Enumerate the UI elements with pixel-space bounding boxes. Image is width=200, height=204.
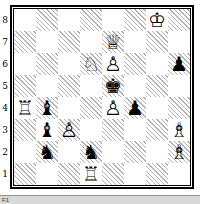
piece-white-king[interactable]: ♔ [148,9,166,31]
square-g7[interactable] [146,31,168,53]
square-a3[interactable] [14,119,36,141]
rank-label-3: 3 [0,119,10,141]
square-d5[interactable] [80,75,102,97]
square-d8[interactable] [80,9,102,31]
chess-board-border: ♔♕♘♙♟♚♖♝♙♟♝♙♗♞♞♗♖ [13,8,191,186]
square-b5[interactable] [36,75,58,97]
square-c3[interactable]: ♙ [58,119,80,141]
square-d2[interactable]: ♞ [80,141,102,163]
rank-label-6: 6 [0,53,10,75]
square-a2[interactable] [14,141,36,163]
piece-white-rook[interactable]: ♖ [82,163,100,185]
square-f1[interactable] [124,163,146,185]
piece-white-pawn[interactable]: ♙ [104,53,122,75]
square-f7[interactable] [124,31,146,53]
square-e1[interactable] [102,163,124,185]
piece-black-bishop[interactable]: ♝ [38,119,56,141]
square-b1[interactable] [36,163,58,185]
piece-black-knight[interactable]: ♞ [38,141,56,163]
square-d7[interactable] [80,31,102,53]
square-b7[interactable] [36,31,58,53]
rank-label-4: 4 [0,97,10,119]
square-a6[interactable] [14,53,36,75]
square-h4[interactable] [168,97,190,119]
square-g1[interactable] [146,163,168,185]
square-g6[interactable] [146,53,168,75]
square-g4[interactable] [146,97,168,119]
square-c4[interactable] [58,97,80,119]
square-f6[interactable] [124,53,146,75]
square-d4[interactable] [80,97,102,119]
rank-label-2: 2 [0,141,10,163]
square-b8[interactable] [36,9,58,31]
square-a8[interactable] [14,9,36,31]
piece-white-bishop[interactable]: ♗ [170,141,188,163]
square-d3[interactable] [80,119,102,141]
square-h1[interactable] [168,163,190,185]
square-f5[interactable] [124,75,146,97]
rank-label-1: 1 [0,163,10,185]
piece-black-pawn[interactable]: ♟ [126,97,144,119]
board-area: 87654321 ♔♕♘♙♟♚♖♝♙♟♝♙♗♞♞♗♖ [0,5,200,189]
square-f3[interactable] [124,119,146,141]
square-h7[interactable] [168,31,190,53]
chess-board-frame: ♔♕♘♙♟♚♖♝♙♟♝♙♗♞♞♗♖ [10,5,194,189]
piece-black-bishop[interactable]: ♝ [38,97,56,119]
square-c7[interactable] [58,31,80,53]
square-e6[interactable]: ♙ [102,53,124,75]
chess-board: ♔♕♘♙♟♚♖♝♙♟♝♙♗♞♞♗♖ [14,9,190,185]
square-f8[interactable] [124,9,146,31]
chess-app-window: 87654321 ♔♕♘♙♟♚♖♝♙♟♝♙♗♞♞♗♖ F1 [0,0,200,204]
square-h6[interactable]: ♟ [168,53,190,75]
square-g5[interactable] [146,75,168,97]
square-f2[interactable] [124,141,146,163]
square-c8[interactable] [58,9,80,31]
rank-label-7: 7 [0,31,10,53]
square-b4[interactable]: ♝ [36,97,58,119]
status-text: F1 [0,196,9,204]
piece-white-knight[interactable]: ♘ [82,53,100,75]
square-d6[interactable]: ♘ [80,53,102,75]
square-e5[interactable]: ♚ [102,75,124,97]
square-e2[interactable] [102,141,124,163]
square-f4[interactable]: ♟ [124,97,146,119]
square-b2[interactable]: ♞ [36,141,58,163]
square-h3[interactable]: ♗ [168,119,190,141]
square-h5[interactable] [168,75,190,97]
piece-white-rook[interactable]: ♖ [16,97,34,119]
square-c1[interactable] [58,163,80,185]
rank-label-5: 5 [0,75,10,97]
square-e7[interactable]: ♕ [102,31,124,53]
piece-black-king[interactable]: ♚ [104,75,122,97]
square-a4[interactable]: ♖ [14,97,36,119]
piece-white-bishop[interactable]: ♗ [170,119,188,141]
square-a1[interactable] [14,163,36,185]
piece-white-pawn[interactable]: ♙ [104,97,122,119]
square-h2[interactable]: ♗ [168,141,190,163]
square-a7[interactable] [14,31,36,53]
piece-black-pawn[interactable]: ♟ [170,53,188,75]
status-bar: F1 [0,195,200,204]
square-e4[interactable]: ♙ [102,97,124,119]
square-d1[interactable]: ♖ [80,163,102,185]
square-b3[interactable]: ♝ [36,119,58,141]
square-c5[interactable] [58,75,80,97]
square-b6[interactable] [36,53,58,75]
square-c6[interactable] [58,53,80,75]
piece-white-queen[interactable]: ♕ [104,31,122,53]
square-e8[interactable] [102,9,124,31]
square-g2[interactable] [146,141,168,163]
square-c2[interactable] [58,141,80,163]
rank-label-8: 8 [0,9,10,31]
square-h8[interactable] [168,9,190,31]
piece-white-pawn[interactable]: ♙ [60,119,78,141]
square-a5[interactable] [14,75,36,97]
square-g3[interactable] [146,119,168,141]
piece-black-knight[interactable]: ♞ [82,141,100,163]
rank-labels: 87654321 [0,5,10,189]
square-e3[interactable] [102,119,124,141]
square-g8[interactable]: ♔ [146,9,168,31]
